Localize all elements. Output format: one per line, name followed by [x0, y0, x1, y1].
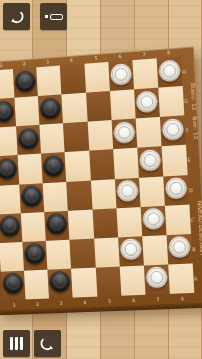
square-r1c6[interactable] — [134, 88, 160, 119]
square-r0c1[interactable] — [13, 67, 38, 97]
square-r5c6[interactable] — [140, 205, 166, 236]
square-r2c2[interactable] — [40, 123, 65, 153]
square-r2c1[interactable] — [16, 125, 41, 155]
square-r5c1[interactable] — [21, 212, 46, 242]
square-r4c5[interactable] — [114, 177, 140, 208]
square-r5c7[interactable] — [165, 204, 191, 235]
three-bars-button[interactable] — [3, 330, 30, 357]
rotate-cw-button[interactable] — [34, 330, 61, 357]
square-r7c0[interactable] — [1, 271, 26, 301]
square-r3c4[interactable] — [89, 150, 115, 181]
white-piece[interactable] — [142, 208, 164, 230]
square-r5c2[interactable] — [44, 210, 69, 240]
square-r3c3[interactable] — [65, 151, 90, 181]
square-r2c3[interactable] — [63, 122, 88, 153]
white-piece[interactable] — [113, 121, 135, 143]
square-r0c4[interactable] — [84, 62, 110, 93]
square-r0c2[interactable] — [36, 66, 61, 97]
square-r3c2[interactable] — [41, 152, 66, 182]
coord-label: 4 — [75, 299, 94, 306]
square-r3c1[interactable] — [18, 154, 43, 184]
square-r1c3[interactable] — [62, 93, 87, 124]
square-r7c5[interactable] — [119, 265, 145, 295]
square-r7c6[interactable] — [144, 264, 170, 294]
black-piece[interactable] — [46, 213, 68, 235]
square-r1c1[interactable] — [15, 96, 40, 126]
coord-label: 3 — [52, 299, 71, 306]
coord-label: 1 — [0, 61, 11, 69]
coord-label: 6 — [110, 52, 130, 60]
black-piece[interactable] — [43, 155, 65, 177]
black-piece[interactable] — [0, 100, 14, 122]
square-r1c0[interactable] — [0, 98, 16, 128]
black-piece[interactable] — [15, 70, 37, 92]
dot-dash-icon — [45, 14, 63, 20]
square-r6c3[interactable] — [70, 238, 96, 268]
square-r4c1[interactable] — [19, 183, 44, 213]
coord-label: H — [181, 59, 187, 83]
white-piece[interactable] — [158, 59, 181, 82]
three-bars-icon — [9, 337, 24, 350]
coord-label: 7 — [148, 296, 168, 303]
square-r4c6[interactable] — [139, 176, 165, 207]
rotate-ccw-icon — [8, 8, 25, 25]
square-r6c4[interactable] — [94, 237, 120, 267]
square-r6c0[interactable] — [0, 242, 24, 272]
black-piece[interactable] — [49, 271, 71, 293]
coord-label: 5 — [86, 54, 106, 62]
square-r3c0[interactable] — [0, 155, 19, 185]
square-r5c3[interactable] — [68, 209, 94, 239]
black-piece[interactable] — [18, 127, 40, 149]
square-r4c0[interactable] — [0, 184, 21, 214]
square-r1c4[interactable] — [86, 91, 112, 122]
black-piece[interactable] — [24, 243, 46, 265]
coord-label: A — [192, 266, 198, 290]
white-piece[interactable] — [165, 177, 188, 199]
square-r3c7[interactable] — [161, 145, 187, 176]
square-r0c3[interactable] — [60, 64, 85, 95]
coord-label: 2 — [15, 59, 34, 67]
square-r7c2[interactable] — [48, 269, 73, 299]
coord-label: 3 — [38, 58, 57, 66]
white-piece[interactable] — [116, 180, 138, 202]
white-piece[interactable] — [168, 236, 191, 258]
square-r4c4[interactable] — [90, 179, 116, 209]
app-screen: 12345678 12345678 HGFEDCBA Blanc: 12 Noi… — [0, 0, 202, 359]
square-r3c5[interactable] — [113, 148, 139, 179]
black-piece[interactable] — [0, 158, 17, 180]
black-piece[interactable] — [0, 215, 21, 237]
square-r5c0[interactable] — [0, 213, 22, 243]
coord-label: 2 — [28, 300, 47, 307]
coord-label: 4 — [62, 56, 81, 64]
coord-label: G — [182, 89, 188, 113]
square-r5c5[interactable] — [116, 207, 142, 237]
square-r7c7[interactable] — [168, 263, 194, 294]
black-piece[interactable] — [40, 97, 62, 119]
white-piece[interactable] — [119, 239, 141, 261]
square-r2c7[interactable] — [160, 116, 186, 147]
checkers-board[interactable] — [0, 57, 194, 301]
square-r6c1[interactable] — [22, 241, 47, 271]
coord-label: 1 — [5, 301, 24, 308]
square-r1c7[interactable] — [158, 86, 184, 117]
square-r7c3[interactable] — [71, 268, 97, 298]
checkers-board-frame: 12345678 12345678 HGFEDCBA Blanc: 12 Noi… — [0, 46, 202, 310]
white-piece[interactable] — [162, 118, 185, 141]
coord-label: 5 — [99, 298, 119, 305]
square-r7c1[interactable] — [24, 270, 49, 300]
coord-label: C — [189, 207, 195, 231]
white-piece[interactable] — [139, 149, 161, 171]
square-r1c2[interactable] — [38, 95, 63, 126]
coord-label: 8 — [158, 48, 178, 56]
square-r2c4[interactable] — [87, 120, 113, 151]
square-r3c6[interactable] — [137, 147, 163, 178]
square-r7c4[interactable] — [95, 266, 121, 296]
white-piece[interactable] — [110, 63, 132, 86]
square-r2c6[interactable] — [135, 117, 161, 148]
square-r4c7[interactable] — [163, 175, 189, 206]
square-r6c7[interactable] — [166, 234, 192, 265]
board-3d-wrap: 12345678 12345678 HGFEDCBA Blanc: 12 Noi… — [0, 46, 202, 310]
white-piece[interactable] — [145, 267, 167, 289]
coord-label: 7 — [134, 50, 154, 58]
dot-dash-button[interactable] — [40, 3, 67, 30]
rotate-cw-icon — [39, 335, 56, 352]
square-r6c2[interactable] — [46, 239, 71, 269]
coord-label: E — [186, 148, 192, 172]
square-r6c5[interactable] — [118, 236, 144, 266]
coord-label: 6 — [124, 297, 144, 304]
square-r4c3[interactable] — [67, 180, 92, 210]
square-r0c6[interactable] — [132, 58, 158, 89]
black-piece[interactable] — [2, 273, 24, 295]
square-r2c0[interactable] — [0, 127, 18, 157]
black-piece[interactable] — [21, 185, 43, 207]
square-r5c4[interactable] — [92, 208, 118, 238]
square-r0c5[interactable] — [108, 60, 134, 91]
square-r0c7[interactable] — [156, 57, 182, 88]
white-piece[interactable] — [135, 90, 157, 113]
square-r4c2[interactable] — [43, 181, 68, 211]
coord-label: D — [187, 177, 193, 201]
level-text: NIVEAU:DEBUTANT — [196, 201, 202, 256]
rotate-ccw-button[interactable] — [3, 3, 30, 30]
square-r1c5[interactable] — [110, 89, 136, 120]
square-r2c5[interactable] — [111, 119, 137, 150]
square-r6c6[interactable] — [142, 235, 168, 266]
coord-label: F — [184, 118, 190, 142]
coord-label: 8 — [172, 295, 192, 302]
coord-label: B — [191, 236, 197, 260]
